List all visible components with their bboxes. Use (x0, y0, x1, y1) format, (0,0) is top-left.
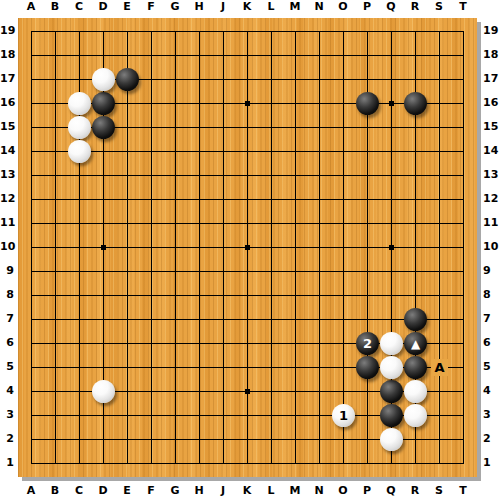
coord-label-left-11: 11 (0, 216, 14, 229)
stone-black-Q4[interactable] (380, 380, 403, 403)
coord-label-top-O: O (331, 0, 355, 13)
coord-label-bottom-T: T (451, 484, 475, 497)
coord-label-right-1: 1 (483, 456, 500, 469)
coord-label-top-Q: Q (379, 0, 403, 13)
coord-label-bottom-K: K (235, 484, 259, 497)
coord-label-bottom-A: A (19, 484, 43, 497)
star-point (101, 245, 106, 250)
stone-white-Q2[interactable] (380, 428, 403, 451)
coord-label-left-2: 2 (0, 432, 14, 445)
star-point (245, 389, 250, 394)
grid-line-vertical (439, 31, 440, 464)
coord-label-left-13: 13 (0, 168, 14, 181)
coord-label-left-9: 9 (0, 264, 14, 277)
coord-label-left-19: 19 (0, 24, 14, 37)
stone-white-Q5[interactable] (380, 356, 403, 379)
stone-black-D15[interactable] (92, 116, 115, 139)
coord-label-left-12: 12 (0, 192, 14, 205)
star-point (389, 101, 394, 106)
coord-label-bottom-N: N (307, 484, 331, 497)
go-diagram-page: A2▲1 AABBCCDDEEFFGGHHJJKKLLMMNNOOPPQQRRS… (0, 0, 500, 500)
stone-black-R5[interactable] (404, 356, 427, 379)
coord-label-top-F: F (139, 0, 163, 13)
coord-label-left-4: 4 (0, 384, 14, 397)
coord-label-bottom-J: J (211, 484, 235, 497)
coord-label-bottom-F: F (139, 484, 163, 497)
star-point (245, 245, 250, 250)
coord-label-left-7: 7 (0, 312, 14, 325)
coord-label-top-N: N (307, 0, 331, 13)
stone-white-C15[interactable] (68, 116, 91, 139)
grid-line-vertical (295, 31, 296, 464)
coord-label-left-14: 14 (0, 144, 14, 157)
star-point (245, 101, 250, 106)
grid-line-horizontal (31, 295, 464, 296)
coord-label-right-18: 18 (483, 48, 500, 61)
coord-label-top-R: R (403, 0, 427, 13)
stone-black-P16[interactable] (356, 92, 379, 115)
coord-label-bottom-G: G (163, 484, 187, 497)
stone-white-R4[interactable] (404, 380, 427, 403)
coord-label-bottom-Q: Q (379, 484, 403, 497)
coord-label-top-K: K (235, 0, 259, 13)
coord-label-top-M: M (283, 0, 307, 13)
stone-white-C14[interactable] (68, 140, 91, 163)
stone-black-P6[interactable]: 2 (356, 332, 379, 355)
coord-label-right-15: 15 (483, 120, 500, 133)
coord-label-left-1: 1 (0, 456, 14, 469)
coord-label-left-5: 5 (0, 360, 14, 373)
coord-label-left-10: 10 (0, 240, 14, 253)
stone-black-R16[interactable] (404, 92, 427, 115)
coord-label-right-4: 4 (483, 384, 500, 397)
grid-line-horizontal (31, 319, 464, 320)
goban-board[interactable]: A2▲1 (18, 18, 477, 477)
coord-label-left-17: 17 (0, 72, 14, 85)
coord-label-right-19: 19 (483, 24, 500, 37)
coord-label-top-J: J (211, 0, 235, 13)
coord-label-bottom-O: O (331, 484, 355, 497)
coord-label-right-14: 14 (483, 144, 500, 157)
stone-black-E17[interactable] (116, 68, 139, 91)
stone-black-P5[interactable] (356, 356, 379, 379)
coord-label-right-2: 2 (483, 432, 500, 445)
coord-label-right-17: 17 (483, 72, 500, 85)
stone-white-D4[interactable] (92, 380, 115, 403)
coord-label-bottom-B: B (43, 484, 67, 497)
move-number-1: 1 (339, 409, 348, 422)
coord-label-bottom-H: H (187, 484, 211, 497)
coord-label-top-H: H (187, 0, 211, 13)
coord-label-top-A: A (19, 0, 43, 13)
coord-label-left-6: 6 (0, 336, 14, 349)
coord-label-bottom-L: L (259, 484, 283, 497)
coord-label-right-11: 11 (483, 216, 500, 229)
coord-label-top-B: B (43, 0, 67, 13)
coord-label-top-E: E (115, 0, 139, 13)
coord-label-right-13: 13 (483, 168, 500, 181)
coord-label-left-3: 3 (0, 408, 14, 421)
coord-label-bottom-P: P (355, 484, 379, 497)
grid-line-vertical (319, 31, 320, 464)
coord-label-top-S: S (427, 0, 451, 13)
coord-label-right-3: 3 (483, 408, 500, 421)
coord-label-right-16: 16 (483, 96, 500, 109)
coord-label-right-12: 12 (483, 192, 500, 205)
coord-label-bottom-E: E (115, 484, 139, 497)
grid-line-horizontal (31, 271, 464, 272)
stone-black-R6[interactable]: ▲ (404, 332, 427, 355)
coord-label-bottom-M: M (283, 484, 307, 497)
grid-line-vertical (343, 31, 344, 464)
stone-white-O3[interactable]: 1 (332, 404, 355, 427)
coord-label-left-15: 15 (0, 120, 14, 133)
coord-label-top-D: D (91, 0, 115, 13)
coord-label-right-8: 8 (483, 288, 500, 301)
coord-label-right-6: 6 (483, 336, 500, 349)
board-point-label-A: A (431, 359, 448, 376)
stone-black-Q3[interactable] (380, 404, 403, 427)
coord-label-bottom-D: D (91, 484, 115, 497)
coord-label-top-T: T (451, 0, 475, 13)
coord-label-left-8: 8 (0, 288, 14, 301)
triangle-marker-icon: ▲ (411, 338, 420, 350)
stone-white-R3[interactable] (404, 404, 427, 427)
coord-label-top-L: L (259, 0, 283, 13)
stone-white-Q6[interactable] (380, 332, 403, 355)
grid-line-vertical (463, 31, 464, 464)
move-number-2: 2 (363, 337, 372, 350)
coord-label-top-P: P (355, 0, 379, 13)
coord-label-top-G: G (163, 0, 187, 13)
stone-white-C16[interactable] (68, 92, 91, 115)
grid-line-horizontal (31, 463, 464, 464)
coord-label-left-18: 18 (0, 48, 14, 61)
stone-white-D17[interactable] (92, 68, 115, 91)
coord-label-top-C: C (67, 0, 91, 13)
coord-label-right-7: 7 (483, 312, 500, 325)
coord-label-bottom-R: R (403, 484, 427, 497)
stone-black-D16[interactable] (92, 92, 115, 115)
grid-line-vertical (271, 31, 272, 464)
coord-label-bottom-S: S (427, 484, 451, 497)
coord-label-right-9: 9 (483, 264, 500, 277)
coord-label-right-5: 5 (483, 360, 500, 373)
coord-label-bottom-C: C (67, 484, 91, 497)
coord-label-right-10: 10 (483, 240, 500, 253)
coord-label-left-16: 16 (0, 96, 14, 109)
stone-black-R7[interactable] (404, 308, 427, 331)
star-point (389, 245, 394, 250)
